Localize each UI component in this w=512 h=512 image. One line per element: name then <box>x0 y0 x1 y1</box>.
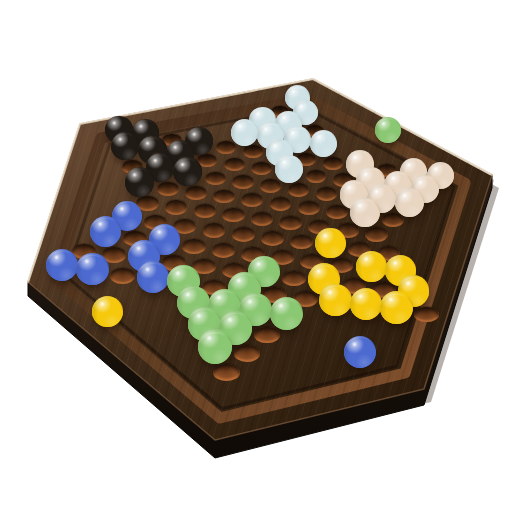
hole[interactable] <box>323 157 343 170</box>
marble-sheen <box>319 284 351 316</box>
hole[interactable] <box>243 145 263 158</box>
marble-yellow[interactable]: ● <box>315 228 346 259</box>
hole[interactable] <box>222 208 244 222</box>
hole[interactable] <box>185 186 207 200</box>
marble-sheen <box>350 288 382 320</box>
hole[interactable] <box>232 227 255 242</box>
hole[interactable] <box>306 170 327 183</box>
hole[interactable] <box>232 175 253 189</box>
hole[interactable] <box>165 200 187 214</box>
hole[interactable] <box>261 231 284 246</box>
marble-tan[interactable]: ● <box>395 188 424 217</box>
marble-sheen <box>231 119 258 146</box>
hole[interactable] <box>110 268 135 284</box>
marble-black[interactable]: ● <box>173 157 202 186</box>
marble-green[interactable]: ● <box>270 297 303 330</box>
marble-yellow[interactable]: ● <box>356 251 387 282</box>
marble-yellow[interactable]: ● <box>380 291 412 323</box>
hole[interactable] <box>224 158 245 171</box>
hole[interactable] <box>290 235 313 250</box>
hole[interactable] <box>234 345 260 362</box>
marble-green[interactable]: ● <box>198 329 232 363</box>
stray-marble-yellow[interactable]: ● <box>92 296 123 327</box>
marble-tan[interactable]: ● <box>350 198 379 227</box>
marble-black[interactable]: ● <box>125 167 154 196</box>
hole[interactable] <box>298 201 320 215</box>
marble-sheen <box>92 296 123 327</box>
hole[interactable] <box>282 271 306 286</box>
marble-powder[interactable]: ● <box>231 119 258 146</box>
hole[interactable] <box>326 205 348 219</box>
marble-blue[interactable]: ● <box>76 253 108 285</box>
stray-marble-green[interactable]: ● <box>375 117 401 143</box>
marble-sheen <box>198 329 232 363</box>
marble-sheen <box>375 117 401 143</box>
hole[interactable] <box>254 327 280 343</box>
hole[interactable] <box>279 216 301 230</box>
marble-sheen <box>315 228 346 259</box>
marble-sheen <box>395 188 424 217</box>
marble-powder[interactable]: ● <box>310 130 337 157</box>
marble-sheen <box>270 297 303 330</box>
marble-sheen <box>173 157 202 186</box>
hole[interactable] <box>251 162 272 175</box>
stray-marble-blue[interactable]: ● <box>344 336 376 368</box>
hole[interactable] <box>212 243 236 258</box>
marble-sheen <box>125 167 154 196</box>
marble-sheen <box>356 251 387 282</box>
hole[interactable] <box>203 223 226 238</box>
hole[interactable] <box>365 227 387 241</box>
marble-yellow[interactable]: ● <box>350 288 382 320</box>
hole[interactable] <box>157 182 179 196</box>
marble-sheen <box>344 336 376 368</box>
hole[interactable] <box>288 183 309 197</box>
hole[interactable] <box>205 172 226 186</box>
hole[interactable] <box>182 239 206 254</box>
chinese-checkers-photo: ●●●●●●●●●●●●●●●●●●●●●●●●●●●●●●●●●●●●●●●●… <box>0 0 512 512</box>
hole[interactable] <box>316 187 337 201</box>
marble-sheen <box>310 130 337 157</box>
marble-sheen <box>380 291 412 323</box>
marble-yellow[interactable]: ● <box>319 284 351 316</box>
marble-sheen <box>350 198 379 227</box>
marble-sheen <box>76 253 108 285</box>
